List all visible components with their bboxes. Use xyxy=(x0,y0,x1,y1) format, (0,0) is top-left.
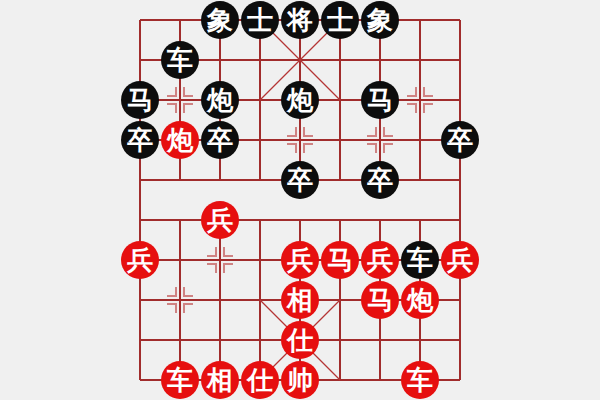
piece-black-elephant[interactable]: 象 xyxy=(361,1,399,39)
piece-black-soldier[interactable]: 卒 xyxy=(441,121,479,159)
piece-red-advisor[interactable]: 仕 xyxy=(241,361,279,399)
piece-red-chariot[interactable]: 车 xyxy=(401,361,439,399)
piece-black-soldier[interactable]: 卒 xyxy=(201,121,239,159)
piece-red-advisor[interactable]: 仕 xyxy=(281,321,319,359)
xiangqi-board-screenshot: 象士将士象车马炮炮马卒炮卒卒卒卒兵兵兵马兵车兵相马炮仕车相仕帅车 xyxy=(0,0,600,400)
piece-red-horse[interactable]: 马 xyxy=(361,281,399,319)
piece-red-cannon[interactable]: 炮 xyxy=(161,121,199,159)
piece-black-cannon[interactable]: 炮 xyxy=(201,81,239,119)
piece-black-advisor[interactable]: 士 xyxy=(241,1,279,39)
piece-red-soldier[interactable]: 兵 xyxy=(361,241,399,279)
piece-black-horse[interactable]: 马 xyxy=(361,81,399,119)
piece-red-horse[interactable]: 马 xyxy=(321,241,359,279)
piece-red-soldier[interactable]: 兵 xyxy=(441,241,479,279)
piece-black-elephant[interactable]: 象 xyxy=(201,1,239,39)
piece-red-soldier[interactable]: 兵 xyxy=(121,241,159,279)
piece-black-soldier[interactable]: 卒 xyxy=(281,161,319,199)
piece-red-soldier[interactable]: 兵 xyxy=(281,241,319,279)
piece-black-chariot[interactable]: 车 xyxy=(401,241,439,279)
piece-red-elephant[interactable]: 相 xyxy=(201,361,239,399)
piece-black-advisor[interactable]: 士 xyxy=(321,1,359,39)
piece-red-cannon[interactable]: 炮 xyxy=(401,281,439,319)
piece-red-general[interactable]: 帅 xyxy=(281,361,319,399)
pieces-layer: 象士将士象车马炮炮马卒炮卒卒卒卒兵兵兵马兵车兵相马炮仕车相仕帅车 xyxy=(0,0,600,400)
piece-black-horse[interactable]: 马 xyxy=(121,81,159,119)
piece-black-chariot[interactable]: 车 xyxy=(161,41,199,79)
piece-black-soldier[interactable]: 卒 xyxy=(361,161,399,199)
piece-black-cannon[interactable]: 炮 xyxy=(281,81,319,119)
piece-red-elephant[interactable]: 相 xyxy=(281,281,319,319)
piece-red-soldier[interactable]: 兵 xyxy=(201,201,239,239)
piece-black-soldier[interactable]: 卒 xyxy=(121,121,159,159)
piece-red-chariot[interactable]: 车 xyxy=(161,361,199,399)
piece-black-general[interactable]: 将 xyxy=(281,1,319,39)
